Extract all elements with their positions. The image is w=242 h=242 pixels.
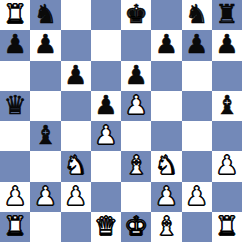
white-bishop-piece: ♝ [155, 211, 178, 241]
square-h6[interactable] [212, 61, 242, 91]
square-b7[interactable]: ♟ [30, 30, 60, 60]
square-h3[interactable]: ♟ [212, 151, 242, 181]
black-pawn-piece: ♟ [34, 29, 57, 59]
square-h7[interactable]: ♟ [212, 30, 242, 60]
square-d8[interactable] [91, 0, 121, 30]
square-e8[interactable]: ♚ [121, 0, 151, 30]
white-pawn-piece: ♟ [124, 90, 147, 120]
square-b6[interactable] [30, 61, 60, 91]
square-e1[interactable]: ♚ [121, 212, 151, 242]
white-bishop-piece: ♝ [124, 150, 147, 180]
black-king-piece: ♚ [124, 0, 147, 29]
square-g2[interactable]: ♟ [182, 182, 212, 212]
square-g7[interactable]: ♟ [182, 30, 212, 60]
square-b5[interactable] [30, 91, 60, 121]
black-pawn-piece: ♟ [3, 29, 26, 59]
square-c7[interactable] [61, 30, 91, 60]
black-pawn-piece: ♟ [215, 29, 238, 59]
black-knight-piece: ♞ [185, 0, 208, 29]
white-rook-piece: ♜ [215, 211, 238, 241]
square-a7[interactable]: ♟ [0, 30, 30, 60]
square-a1[interactable]: ♜ [0, 212, 30, 242]
white-rook-piece: ♜ [3, 0, 26, 29]
black-pawn-piece: ♟ [64, 60, 87, 90]
white-pawn-piece: ♟ [215, 150, 238, 180]
white-pawn-piece: ♟ [155, 181, 178, 211]
white-knight-piece: ♞ [155, 150, 178, 180]
square-g8[interactable]: ♞ [182, 0, 212, 30]
white-pawn-piece: ♟ [34, 181, 57, 211]
square-d6[interactable] [91, 61, 121, 91]
square-d1[interactable]: ♛ [91, 212, 121, 242]
white-queen-piece: ♛ [94, 211, 117, 241]
square-f3[interactable]: ♞ [151, 151, 181, 181]
square-b2[interactable]: ♟ [30, 182, 60, 212]
square-h4[interactable] [212, 121, 242, 151]
square-f1[interactable]: ♝ [151, 212, 181, 242]
square-e7[interactable] [121, 30, 151, 60]
square-f6[interactable] [151, 61, 181, 91]
square-c6[interactable]: ♟ [61, 61, 91, 91]
square-g5[interactable] [182, 91, 212, 121]
square-f8[interactable] [151, 0, 181, 30]
black-knight-piece: ♞ [34, 0, 57, 29]
white-pawn-piece: ♟ [94, 120, 117, 150]
square-d7[interactable] [91, 30, 121, 60]
square-a3[interactable] [0, 151, 30, 181]
white-king-piece: ♚ [124, 211, 147, 241]
square-d5[interactable]: ♟ [91, 91, 121, 121]
square-f7[interactable]: ♟ [151, 30, 181, 60]
square-e3[interactable]: ♝ [121, 151, 151, 181]
square-f4[interactable] [151, 121, 181, 151]
chess-board: ♜♞♚♞♜♟♟♟♟♟♟♟♛♟♟♝♝♟♞♝♞♟♟♟♟♟♟♜♛♚♝♜ [0, 0, 242, 242]
square-a6[interactable] [0, 61, 30, 91]
square-b3[interactable] [30, 151, 60, 181]
square-c1[interactable] [61, 212, 91, 242]
square-h5[interactable]: ♝ [212, 91, 242, 121]
square-b4[interactable]: ♝ [30, 121, 60, 151]
chess-board-wrap: ♜♞♚♞♜♟♟♟♟♟♟♟♛♟♟♝♝♟♞♝♞♟♟♟♟♟♟♜♛♚♝♜ [0, 0, 242, 242]
square-a2[interactable]: ♟ [0, 182, 30, 212]
square-h8[interactable]: ♜ [212, 0, 242, 30]
square-g6[interactable] [182, 61, 212, 91]
black-pawn-piece: ♟ [124, 60, 147, 90]
black-rook-piece: ♜ [215, 0, 238, 29]
black-pawn-piece: ♟ [94, 90, 117, 120]
square-f5[interactable] [151, 91, 181, 121]
black-pawn-piece: ♟ [155, 29, 178, 59]
square-e4[interactable] [121, 121, 151, 151]
square-d3[interactable] [91, 151, 121, 181]
black-bishop-piece: ♝ [215, 90, 238, 120]
square-c2[interactable]: ♟ [61, 182, 91, 212]
square-c3[interactable]: ♞ [61, 151, 91, 181]
square-c5[interactable] [61, 91, 91, 121]
square-a4[interactable] [0, 121, 30, 151]
square-b1[interactable] [30, 212, 60, 242]
square-e5[interactable]: ♟ [121, 91, 151, 121]
square-b8[interactable]: ♞ [30, 0, 60, 30]
white-pawn-piece: ♟ [185, 181, 208, 211]
square-c4[interactable] [61, 121, 91, 151]
square-g4[interactable] [182, 121, 212, 151]
square-d2[interactable] [91, 182, 121, 212]
square-a5[interactable]: ♛ [0, 91, 30, 121]
square-d4[interactable]: ♟ [91, 121, 121, 151]
square-g1[interactable] [182, 212, 212, 242]
square-g3[interactable] [182, 151, 212, 181]
square-a8[interactable]: ♜ [0, 0, 30, 30]
white-rook-piece: ♜ [3, 211, 26, 241]
square-e6[interactable]: ♟ [121, 61, 151, 91]
square-e2[interactable] [121, 182, 151, 212]
square-f2[interactable]: ♟ [151, 182, 181, 212]
black-bishop-piece: ♝ [34, 120, 57, 150]
square-h2[interactable] [212, 182, 242, 212]
white-knight-piece: ♞ [64, 150, 87, 180]
square-c8[interactable] [61, 0, 91, 30]
black-queen-piece: ♛ [3, 90, 26, 120]
white-pawn-piece: ♟ [64, 181, 87, 211]
square-h1[interactable]: ♜ [212, 212, 242, 242]
black-pawn-piece: ♟ [185, 29, 208, 59]
white-pawn-piece: ♟ [3, 181, 26, 211]
